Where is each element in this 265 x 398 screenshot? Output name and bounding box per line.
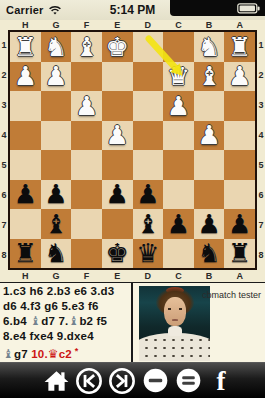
square-e2[interactable] [102, 62, 133, 92]
rank-label-8: 8 [257, 250, 265, 260]
battery-block [170, 0, 265, 16]
home-icon [43, 368, 70, 394]
skip-forward-icon [108, 367, 136, 395]
move-list[interactable]: 1.c3 h6 2.b3 e6 3.d3d6 4.f3 g6 5.e3 f66.… [0, 283, 133, 363]
rank-label-4: 4 [0, 130, 8, 140]
piece-wR-a1[interactable]: ♜ [228, 34, 251, 60]
piece-wB-f1[interactable]: ♝ [75, 34, 98, 60]
square-e4[interactable]: ♟ [102, 121, 133, 151]
square-d2[interactable] [133, 62, 164, 92]
square-h1[interactable]: ♜ [10, 32, 41, 62]
square-c6[interactable] [163, 180, 194, 210]
piece-bQ-d8[interactable]: ♛ [136, 240, 159, 266]
square-b7[interactable]: ♟ [194, 209, 225, 239]
bottom-toolbar: f [0, 362, 265, 398]
piece-wP-g2[interactable]: ♟ [44, 63, 67, 89]
move-text: 1.c3 h6 2.b3 e6 3.d3 [3, 285, 114, 297]
piece-wP-c3[interactable]: ♟ [167, 93, 190, 119]
board-strip: 12345678 ♜♞♝♚♞♜♟♟♛♝♟♟♟♟♟♟♟♟♟♝♝♟♟♟♜♞♚♛♞♜ … [0, 30, 265, 270]
square-a2[interactable]: ♟ [224, 62, 255, 92]
bottom-panels: 1.c3 h6 2.b3 e6 3.d3d6 4.f3 g6 5.e3 f66.… [0, 282, 265, 363]
skip-back-icon [75, 367, 103, 395]
square-g8[interactable]: ♞ [41, 239, 72, 269]
rank-label-2: 2 [0, 70, 8, 80]
square-d4[interactable] [133, 121, 164, 151]
square-f8[interactable] [71, 239, 102, 269]
battery-icon [237, 3, 260, 14]
square-e6[interactable]: ♟ [102, 180, 133, 210]
rank-label-6: 6 [257, 190, 265, 200]
square-g7[interactable]: ♝ [41, 209, 72, 239]
square-a4[interactable] [224, 121, 255, 151]
square-c2[interactable]: ♛ [163, 62, 194, 92]
rank-labels-right: 12345678 [257, 30, 265, 270]
rank-label-3: 3 [0, 100, 8, 110]
portrait-face [164, 297, 186, 326]
square-g3[interactable] [41, 91, 72, 121]
menu-circle-icon [175, 367, 202, 394]
piece-wQ-c2[interactable]: ♛ [167, 63, 190, 89]
square-a6[interactable] [224, 180, 255, 210]
rank-label-2: 2 [257, 70, 265, 80]
move-line-2: d6 4.f3 g6 5.e3 f6 [3, 299, 128, 314]
file-label-f: F [71, 270, 102, 282]
square-a3[interactable] [224, 91, 255, 121]
square-e5[interactable] [102, 150, 133, 180]
square-h7[interactable] [10, 209, 41, 239]
file-label-c: C [163, 270, 194, 282]
portrait-robe [139, 333, 210, 361]
square-g2[interactable]: ♟ [41, 62, 72, 92]
portrait-eyes [168, 308, 182, 310]
file-labels-bottom: HGFEDCBA [10, 270, 255, 282]
rank-label-7: 7 [0, 220, 8, 230]
square-g4[interactable] [41, 121, 72, 151]
rank-label-1: 1 [257, 40, 265, 50]
move-line-4: 8.e4 fxe4 9.dxe4 [3, 329, 128, 344]
skip-forward-button[interactable] [108, 367, 136, 395]
square-e3[interactable] [102, 91, 133, 121]
square-b1[interactable]: ♞ [194, 32, 225, 62]
square-f1[interactable]: ♝ [71, 32, 102, 62]
board-frame: ♜♞♝♚♞♜♟♟♛♝♟♟♟♟♟♟♟♟♟♝♝♟♟♟♜♞♚♛♞♜ [8, 30, 257, 270]
square-a5[interactable] [224, 150, 255, 180]
facebook-icon: f [217, 367, 226, 395]
rank-label-8: 8 [0, 250, 8, 260]
file-label-h: H [10, 270, 41, 282]
square-b4[interactable]: ♟ [194, 121, 225, 151]
move-text: b2 f5 [79, 315, 107, 327]
opponent-panel: cbmatch tester [133, 283, 265, 363]
piece-bP-c7[interactable]: ♟ [167, 211, 190, 237]
square-c5[interactable] [163, 150, 194, 180]
square-b8[interactable]: ♞ [194, 239, 225, 269]
piece-bP-h6[interactable]: ♟ [14, 181, 37, 207]
square-d3[interactable] [133, 91, 164, 121]
square-e7[interactable] [102, 209, 133, 239]
piece-bR-a8[interactable]: ♜ [228, 240, 251, 266]
square-e8[interactable]: ♚ [102, 239, 133, 269]
square-f2[interactable] [71, 62, 102, 92]
piece-wN-g1[interactable]: ♞ [44, 34, 67, 60]
move-text: d7 7. [41, 315, 68, 327]
chess-board[interactable]: ♜♞♝♚♞♜♟♟♛♝♟♟♟♟♟♟♟♟♟♝♝♟♟♟♜♞♚♛♞♜ [10, 32, 255, 268]
opponent-name-label: cbmatch tester [202, 290, 261, 300]
piece-bP-b7[interactable]: ♟ [197, 211, 220, 237]
move-text: d6 4.f3 g6 5.e3 f6 [3, 300, 99, 312]
status-bar: Carrier 5:14 PM [0, 0, 265, 20]
piece-wP-a2[interactable]: ♟ [228, 63, 251, 89]
chess-app-screen: { "game": "chess", "status_bar": { "carr… [0, 0, 265, 398]
square-b3[interactable] [194, 91, 225, 121]
square-h6[interactable]: ♟ [10, 180, 41, 210]
piece-bN-g8[interactable]: ♞ [44, 240, 67, 266]
square-f7[interactable] [71, 209, 102, 239]
rank-label-4: 4 [257, 130, 265, 140]
square-a7[interactable]: ♟ [224, 209, 255, 239]
square-f5[interactable] [71, 150, 102, 180]
rank-label-1: 1 [0, 40, 8, 50]
move-text: * [72, 346, 78, 356]
move-text: g7 [14, 348, 31, 360]
square-h8[interactable]: ♜ [10, 239, 41, 269]
square-f3[interactable]: ♟ [71, 91, 102, 121]
figurine-icon: ♝ [3, 347, 14, 361]
square-c3[interactable]: ♟ [163, 91, 194, 121]
portrait-mouth [172, 319, 178, 321]
figurine-icon: ♛ [48, 347, 59, 361]
square-c7[interactable]: ♟ [163, 209, 194, 239]
square-d5[interactable] [133, 150, 164, 180]
piece-bP-e6[interactable]: ♟ [106, 181, 129, 207]
square-b2[interactable]: ♝ [194, 62, 225, 92]
square-b5[interactable] [194, 150, 225, 180]
piece-bK-e8[interactable]: ♚ [106, 240, 129, 266]
move-line-1: 1.c3 h6 2.b3 e6 3.d3 [3, 284, 128, 299]
piece-wP-e4[interactable]: ♟ [106, 122, 129, 148]
move-text: c2 [59, 348, 72, 360]
move-text: 10. [31, 348, 48, 360]
move-line-5: ♝g7 10.♛c2 * [3, 344, 128, 362]
piece-wR-h1[interactable]: ♜ [14, 34, 37, 60]
square-c1[interactable] [163, 32, 194, 62]
square-c4[interactable] [163, 121, 194, 151]
square-d6[interactable]: ♟ [133, 180, 164, 210]
piece-wP-f3[interactable]: ♟ [75, 93, 98, 119]
skip-back-button[interactable] [75, 367, 103, 395]
rank-label-3: 3 [257, 100, 265, 110]
square-h4[interactable] [10, 121, 41, 151]
square-b6[interactable] [194, 180, 225, 210]
square-a8[interactable]: ♜ [224, 239, 255, 269]
menu-button[interactable] [174, 367, 202, 395]
rank-label-5: 5 [0, 160, 8, 170]
file-label-a: A [224, 270, 255, 282]
piece-wB-b2[interactable]: ♝ [197, 63, 220, 89]
piece-bR-h8[interactable]: ♜ [14, 240, 37, 266]
square-c8[interactable] [163, 239, 194, 269]
home-button[interactable] [42, 367, 70, 395]
square-g1[interactable]: ♞ [41, 32, 72, 62]
square-f4[interactable] [71, 121, 102, 151]
rank-label-6: 6 [0, 190, 8, 200]
piece-wN-b1[interactable]: ♞ [197, 34, 220, 60]
rank-label-7: 7 [257, 220, 265, 230]
minus-circle-icon [142, 367, 169, 394]
move-text: 6.b4 [3, 315, 30, 327]
square-a1[interactable]: ♜ [224, 32, 255, 62]
piece-wK-e1[interactable]: ♚ [106, 34, 129, 60]
portrait-collar [168, 326, 182, 336]
square-h3[interactable] [10, 91, 41, 121]
square-d8[interactable]: ♛ [133, 239, 164, 269]
square-d7[interactable]: ♝ [133, 209, 164, 239]
square-d1[interactable] [133, 32, 164, 62]
figurine-icon: ♝ [68, 314, 79, 328]
file-label-e: E [102, 270, 133, 282]
piece-bB-d7[interactable]: ♝ [136, 211, 159, 237]
move-line-3: 6.b4 ♝d7 7.♝b2 f5 [3, 314, 128, 329]
square-e1[interactable]: ♚ [102, 32, 133, 62]
square-f6[interactable] [71, 180, 102, 210]
piece-bP-g6[interactable]: ♟ [44, 181, 67, 207]
piece-bN-b8[interactable]: ♞ [197, 240, 220, 266]
file-label-b: B [194, 270, 225, 282]
square-h5[interactable] [10, 150, 41, 180]
rank-label-5: 5 [257, 160, 265, 170]
piece-bP-a7[interactable]: ♟ [228, 211, 251, 237]
file-labels-top: HGFEDCBA [10, 20, 255, 30]
piece-wP-h2[interactable]: ♟ [14, 63, 37, 89]
piece-wP-b4[interactable]: ♟ [197, 122, 220, 148]
square-g5[interactable] [41, 150, 72, 180]
file-label-d: D [133, 270, 164, 282]
square-g6[interactable]: ♟ [41, 180, 72, 210]
facebook-button[interactable]: f [207, 367, 235, 395]
minus-button[interactable] [141, 367, 169, 395]
rank-labels-left: 12345678 [0, 30, 8, 270]
napoleon-portrait[interactable] [139, 286, 210, 361]
file-label-g: G [41, 270, 72, 282]
figurine-icon: ♝ [30, 314, 41, 328]
piece-bP-d6[interactable]: ♟ [136, 181, 159, 207]
piece-bB-g7[interactable]: ♝ [44, 211, 67, 237]
move-text: 8.e4 fxe4 9.dxe4 [3, 330, 94, 342]
square-h2[interactable]: ♟ [10, 62, 41, 92]
